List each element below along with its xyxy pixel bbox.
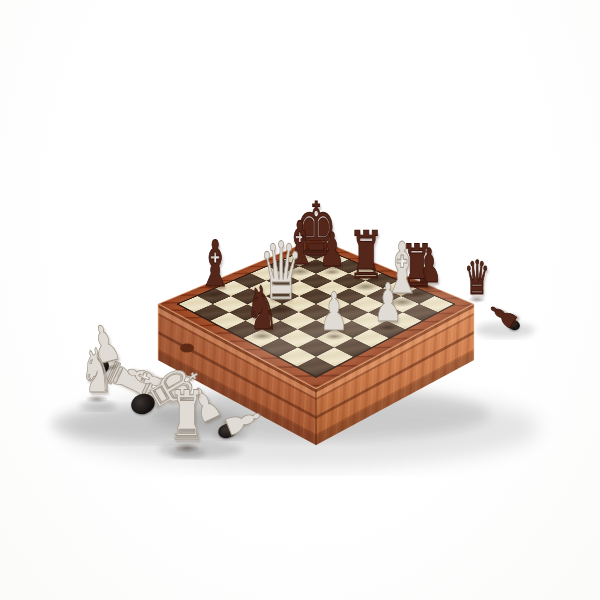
lid-notch bbox=[180, 344, 194, 353]
chess-product-scene: ♟♜♞♝♚♜♟♟♛♟♟♚♝♟♜♜♝♞♛♝♟♟ bbox=[0, 0, 600, 600]
